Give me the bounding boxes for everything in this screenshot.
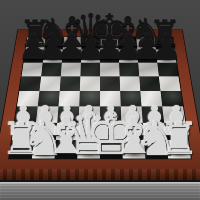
pieces-layer: ♜♞♝♛♚♝♞♜♟♟♟♟♟♟♟♟♟♟♟♟♟♟♟♟♜♞♝♛♚♝♞♜ — [0, 0, 200, 200]
chess-app: ♜♞♝♛♚♝♞♜♟♟♟♟♟♟♟♟♟♟♟♟♟♟♟♟♜♞♝♛♚♝♞♜ — [0, 0, 200, 200]
white-rook-icon: ♜ — [159, 116, 199, 161]
black-pawn-icon: ♟ — [151, 29, 183, 65]
